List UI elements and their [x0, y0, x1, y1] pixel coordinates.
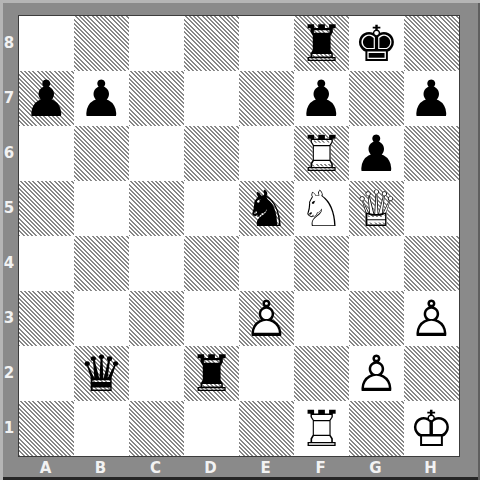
- rank-label-2: 2: [0, 345, 18, 400]
- file-label-e: E: [238, 458, 293, 478]
- square-e2[interactable]: [239, 346, 294, 401]
- file-label-b: B: [73, 458, 128, 478]
- square-h4[interactable]: [404, 236, 459, 291]
- square-f4[interactable]: [294, 236, 349, 291]
- square-b2[interactable]: ♛: [74, 346, 129, 401]
- square-g6[interactable]: ♟: [349, 126, 404, 181]
- rank-label-8: 8: [0, 15, 18, 70]
- square-f3[interactable]: [294, 291, 349, 346]
- square-b8[interactable]: [74, 16, 129, 71]
- chess-board: ♜♚♟♟♟♟♜♖♟♞♞♘♛♕♟♙♟♙♛♜♟♙♜♖♚♔: [18, 15, 460, 457]
- board-frame: ♜♚♟♟♟♟♜♖♟♞♞♘♛♕♟♙♟♙♛♜♟♙♜♖♚♔ 87654321 ABCD…: [0, 0, 480, 480]
- piece-white-rook: ♜♖: [299, 404, 344, 454]
- square-a5[interactable]: [19, 181, 74, 236]
- square-e6[interactable]: [239, 126, 294, 181]
- piece-white-pawn: ♟♙: [354, 349, 399, 399]
- file-label-g: G: [348, 458, 403, 478]
- piece-white-pawn: ♟♙: [409, 294, 454, 344]
- square-g7[interactable]: [349, 71, 404, 126]
- square-h1[interactable]: ♚♔: [404, 401, 459, 456]
- square-g4[interactable]: [349, 236, 404, 291]
- square-f7[interactable]: ♟: [294, 71, 349, 126]
- square-f5[interactable]: ♞♘: [294, 181, 349, 236]
- square-g2[interactable]: ♟♙: [349, 346, 404, 401]
- rank-label-3: 3: [0, 290, 18, 345]
- piece-black-pawn: ♟: [354, 129, 399, 179]
- square-d8[interactable]: [184, 16, 239, 71]
- rank-label-7: 7: [0, 70, 18, 125]
- square-d3[interactable]: [184, 291, 239, 346]
- piece-white-knight: ♞♘: [299, 184, 344, 234]
- square-c7[interactable]: [129, 71, 184, 126]
- square-g3[interactable]: [349, 291, 404, 346]
- piece-black-pawn: ♟: [299, 74, 344, 124]
- square-a6[interactable]: [19, 126, 74, 181]
- square-e4[interactable]: [239, 236, 294, 291]
- file-label-f: F: [293, 458, 348, 478]
- square-c1[interactable]: [129, 401, 184, 456]
- piece-black-pawn: ♟: [24, 74, 69, 124]
- piece-black-pawn: ♟: [409, 74, 454, 124]
- square-f1[interactable]: ♜♖: [294, 401, 349, 456]
- file-label-c: C: [128, 458, 183, 478]
- file-label-a: A: [18, 458, 73, 478]
- piece-black-queen: ♛: [79, 349, 124, 399]
- white-piece-outline: ♔: [409, 404, 454, 454]
- square-a8[interactable]: [19, 16, 74, 71]
- square-h2[interactable]: [404, 346, 459, 401]
- square-d2[interactable]: ♜: [184, 346, 239, 401]
- file-label-h: H: [403, 458, 458, 478]
- square-h7[interactable]: ♟: [404, 71, 459, 126]
- square-d6[interactable]: [184, 126, 239, 181]
- rank-label-4: 4: [0, 235, 18, 290]
- white-piece-outline: ♕: [354, 184, 399, 234]
- piece-black-knight: ♞: [244, 184, 289, 234]
- square-e7[interactable]: [239, 71, 294, 126]
- square-a2[interactable]: [19, 346, 74, 401]
- rank-label-6: 6: [0, 125, 18, 180]
- white-piece-outline: ♙: [244, 294, 289, 344]
- square-a7[interactable]: ♟: [19, 71, 74, 126]
- piece-black-rook: ♜: [189, 349, 234, 399]
- square-d7[interactable]: [184, 71, 239, 126]
- piece-white-king: ♚♔: [409, 404, 454, 454]
- square-e3[interactable]: ♟♙: [239, 291, 294, 346]
- square-g5[interactable]: ♛♕: [349, 181, 404, 236]
- square-d4[interactable]: [184, 236, 239, 291]
- square-b5[interactable]: [74, 181, 129, 236]
- square-g8[interactable]: ♚: [349, 16, 404, 71]
- square-f2[interactable]: [294, 346, 349, 401]
- white-piece-outline: ♘: [299, 184, 344, 234]
- piece-black-rook: ♜: [299, 19, 344, 69]
- square-c3[interactable]: [129, 291, 184, 346]
- square-h3[interactable]: ♟♙: [404, 291, 459, 346]
- square-f8[interactable]: ♜: [294, 16, 349, 71]
- square-b3[interactable]: [74, 291, 129, 346]
- square-h8[interactable]: [404, 16, 459, 71]
- square-c4[interactable]: [129, 236, 184, 291]
- square-h5[interactable]: [404, 181, 459, 236]
- square-c6[interactable]: [129, 126, 184, 181]
- white-piece-outline: ♙: [354, 349, 399, 399]
- piece-white-queen: ♛♕: [354, 184, 399, 234]
- square-e1[interactable]: [239, 401, 294, 456]
- file-label-d: D: [183, 458, 238, 478]
- square-b6[interactable]: [74, 126, 129, 181]
- square-e8[interactable]: [239, 16, 294, 71]
- square-d1[interactable]: [184, 401, 239, 456]
- piece-white-pawn: ♟♙: [244, 294, 289, 344]
- white-piece-outline: ♙: [409, 294, 454, 344]
- square-h6[interactable]: [404, 126, 459, 181]
- square-d5[interactable]: [184, 181, 239, 236]
- square-b1[interactable]: [74, 401, 129, 456]
- square-b4[interactable]: [74, 236, 129, 291]
- rank-label-5: 5: [0, 180, 18, 235]
- square-a1[interactable]: [19, 401, 74, 456]
- rank-label-1: 1: [0, 400, 18, 455]
- square-c2[interactable]: [129, 346, 184, 401]
- square-g1[interactable]: [349, 401, 404, 456]
- piece-black-king: ♚: [354, 19, 399, 69]
- square-c8[interactable]: [129, 16, 184, 71]
- white-piece-outline: ♖: [299, 129, 344, 179]
- piece-white-rook: ♜♖: [299, 129, 344, 179]
- square-e5[interactable]: ♞: [239, 181, 294, 236]
- white-piece-outline: ♖: [299, 404, 344, 454]
- square-b7[interactable]: ♟: [74, 71, 129, 126]
- piece-black-pawn: ♟: [79, 74, 124, 124]
- square-c5[interactable]: [129, 181, 184, 236]
- square-a4[interactable]: [19, 236, 74, 291]
- square-f6[interactable]: ♜♖: [294, 126, 349, 181]
- square-a3[interactable]: [19, 291, 74, 346]
